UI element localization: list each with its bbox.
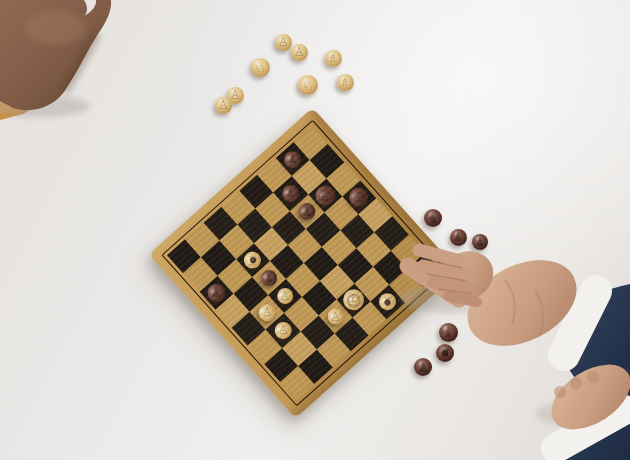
piece-glyph: ♟	[475, 236, 486, 248]
piece-glyph: ♗	[340, 76, 351, 88]
captured-piece-black-rook[interactable]: ♜	[436, 344, 454, 362]
piece-glyph: ♟	[285, 188, 296, 200]
piece-glyph: ♜	[439, 347, 451, 360]
captured-piece-black-pawn[interactable]: ♟	[414, 358, 432, 376]
piece-glyph: ♟	[301, 206, 312, 218]
piece-glyph: ♖	[382, 296, 393, 308]
left-fist-shading	[64, 34, 98, 92]
captured-piece-white-bishop[interactable]: ♗	[337, 74, 354, 91]
piece-glyph: ♙	[261, 306, 272, 318]
captured-piece-white-pawn[interactable]: ♙	[275, 34, 292, 51]
piece-glyph: ♘	[254, 60, 267, 74]
left-fist-highlight	[25, 11, 85, 45]
knuckle-bump	[587, 371, 599, 383]
bottom-shirt-cuff	[556, 410, 624, 448]
captured-piece-white-knight[interactable]: ♘	[251, 58, 270, 77]
captured-piece-white-bishop[interactable]: ♗	[325, 50, 342, 67]
captured-piece-black-pawn[interactable]: ♟	[450, 229, 467, 246]
bottom-arm-shadow	[535, 401, 630, 427]
bottom-fist	[540, 351, 630, 443]
captured-piece-white-knight[interactable]: ♘	[298, 75, 318, 95]
captured-piece-black-bishop[interactable]: ♝	[439, 323, 458, 342]
piece-glyph: ♙	[230, 89, 241, 101]
right-pinky-finger	[448, 296, 477, 302]
piece-glyph: ♖	[247, 254, 258, 266]
captured-piece-white-pawn[interactable]: ♙	[291, 44, 308, 61]
piece-glyph: ♟	[287, 153, 298, 165]
captured-piece-white-pawn[interactable]: ♙	[215, 97, 232, 114]
piece-glyph: ♙	[278, 325, 289, 337]
piece-glyph: ♝	[442, 325, 455, 339]
finger-gap-line	[438, 289, 472, 294]
captured-piece-black-pawn[interactable]: ♟	[472, 234, 488, 250]
piece-glyph: ♙	[330, 310, 341, 322]
right-shirt-cuff	[564, 291, 596, 355]
board-grid: ♟♟♟♖♟♛♟♚♙♙♙♙♔♖♕	[167, 126, 441, 400]
right-hand-palm	[453, 243, 591, 363]
piece-white-queen-h8[interactable]: ♕	[413, 259, 434, 280]
right-player-resting-arm	[540, 351, 630, 460]
piece-glyph: ♙	[218, 99, 229, 111]
piece-glyph: ♚	[353, 190, 366, 204]
knuckle-bump	[554, 386, 566, 398]
left-sleeve	[0, 0, 17, 70]
piece-glyph: ♗	[328, 52, 339, 64]
piece-glyph: ♕	[419, 264, 429, 275]
table-corner-wood	[0, 88, 54, 122]
piece-glyph: ♟	[417, 361, 429, 374]
piece-glyph: ♛	[319, 188, 332, 202]
piece-glyph: ♟	[453, 231, 464, 243]
chess-board: ♟♟♟♖♟♛♟♚♙♙♙♙♔♖♕	[149, 108, 460, 419]
left-player-hand	[0, 0, 111, 110]
piece-glyph: ♟	[211, 286, 223, 299]
knuckle-bump	[570, 377, 582, 389]
captured-piece-black-knight[interactable]: ♞	[424, 209, 442, 227]
bottom-suit-sleeve	[558, 369, 630, 460]
piece-glyph: ♘	[302, 78, 315, 92]
piece-glyph: ♙	[278, 36, 289, 48]
piece-glyph: ♙	[294, 46, 305, 58]
piece-glyph: ♙	[280, 290, 291, 302]
piece-glyph: ♟	[263, 272, 274, 284]
hand-wrinkle	[505, 280, 515, 325]
hand-wrinkle	[535, 290, 543, 335]
left-fist	[0, 0, 111, 110]
right-suit-sleeve	[562, 284, 630, 397]
table-scene: ♟♟♟♖♟♛♟♚♙♙♙♙♔♖♕ ♙♙♗♘♘♗♙♙♞♟♟♝♜♟	[0, 0, 630, 460]
piece-glyph: ♔	[347, 293, 360, 308]
piece-glyph: ♞	[427, 212, 439, 225]
